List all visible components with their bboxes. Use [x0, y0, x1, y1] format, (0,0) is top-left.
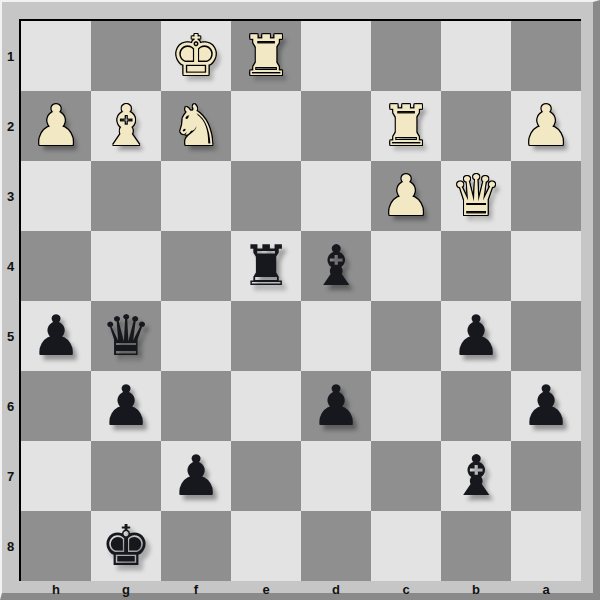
rank-label-1: 1: [2, 21, 19, 91]
square-a3[interactable]: [511, 161, 581, 231]
piece-white-bishop[interactable]: ♝: [101, 91, 151, 161]
square-e4[interactable]: ♜: [231, 231, 301, 301]
piece-white-rook[interactable]: ♜: [381, 91, 431, 161]
square-c2[interactable]: ♜: [371, 91, 441, 161]
square-h3[interactable]: [21, 161, 91, 231]
file-label-e: e: [231, 581, 301, 597]
piece-white-queen[interactable]: ♛: [451, 161, 501, 231]
piece-white-rook[interactable]: ♜: [241, 21, 291, 91]
rank-label-2: 2: [2, 91, 19, 161]
square-a4[interactable]: [511, 231, 581, 301]
square-g3[interactable]: [91, 161, 161, 231]
square-g1[interactable]: [91, 21, 161, 91]
square-a2[interactable]: ♟: [511, 91, 581, 161]
file-label-a: a: [511, 581, 581, 597]
piece-white-pawn[interactable]: ♟: [31, 91, 81, 161]
square-f2[interactable]: ♞: [161, 91, 231, 161]
file-label-g: g: [91, 581, 161, 597]
rank-coordinates: 12345678: [2, 21, 19, 581]
square-b3[interactable]: ♛: [441, 161, 511, 231]
rank-label-8: 8: [2, 511, 19, 581]
piece-black-queen[interactable]: ♛: [101, 301, 151, 371]
square-f6[interactable]: [161, 371, 231, 441]
piece-white-king[interactable]: ♚: [171, 21, 221, 91]
piece-black-bishop[interactable]: ♝: [451, 441, 501, 511]
square-a5[interactable]: [511, 301, 581, 371]
square-c6[interactable]: [371, 371, 441, 441]
square-c5[interactable]: [371, 301, 441, 371]
piece-white-pawn[interactable]: ♟: [521, 91, 571, 161]
square-d3[interactable]: [301, 161, 371, 231]
square-b5[interactable]: ♟: [441, 301, 511, 371]
square-c1[interactable]: [371, 21, 441, 91]
square-h4[interactable]: [21, 231, 91, 301]
square-g8[interactable]: ♚: [91, 511, 161, 581]
piece-black-bishop[interactable]: ♝: [311, 231, 361, 301]
square-b7[interactable]: ♝: [441, 441, 511, 511]
square-c7[interactable]: [371, 441, 441, 511]
square-b4[interactable]: [441, 231, 511, 301]
file-label-b: b: [441, 581, 511, 597]
square-f4[interactable]: [161, 231, 231, 301]
square-f1[interactable]: ♚: [161, 21, 231, 91]
square-d2[interactable]: [301, 91, 371, 161]
square-f8[interactable]: [161, 511, 231, 581]
square-h8[interactable]: [21, 511, 91, 581]
square-c4[interactable]: [371, 231, 441, 301]
square-b8[interactable]: [441, 511, 511, 581]
square-h2[interactable]: ♟: [21, 91, 91, 161]
piece-black-pawn[interactable]: ♟: [521, 371, 571, 441]
rank-label-7: 7: [2, 441, 19, 511]
square-b1[interactable]: [441, 21, 511, 91]
file-label-d: d: [301, 581, 371, 597]
piece-black-pawn[interactable]: ♟: [31, 301, 81, 371]
piece-black-rook[interactable]: ♜: [241, 231, 291, 301]
square-e3[interactable]: [231, 161, 301, 231]
square-h6[interactable]: [21, 371, 91, 441]
piece-black-pawn[interactable]: ♟: [171, 441, 221, 511]
square-e6[interactable]: [231, 371, 301, 441]
square-e1[interactable]: ♜: [231, 21, 301, 91]
square-g7[interactable]: [91, 441, 161, 511]
rank-label-6: 6: [2, 371, 19, 441]
square-h1[interactable]: [21, 21, 91, 91]
square-d8[interactable]: [301, 511, 371, 581]
square-e8[interactable]: [231, 511, 301, 581]
square-b6[interactable]: [441, 371, 511, 441]
square-d5[interactable]: [301, 301, 371, 371]
square-e7[interactable]: [231, 441, 301, 511]
rank-label-4: 4: [2, 231, 19, 301]
square-c8[interactable]: [371, 511, 441, 581]
piece-black-pawn[interactable]: ♟: [311, 371, 361, 441]
file-label-f: f: [161, 581, 231, 597]
square-g5[interactable]: ♛: [91, 301, 161, 371]
square-c3[interactable]: ♟: [371, 161, 441, 231]
chess-board: ♚♜♟♝♞♜♟♟♛♜♝♟♛♟♟♟♟♟♝♚: [19, 19, 581, 581]
piece-black-pawn[interactable]: ♟: [101, 371, 151, 441]
square-g2[interactable]: ♝: [91, 91, 161, 161]
square-h7[interactable]: [21, 441, 91, 511]
piece-white-pawn[interactable]: ♟: [381, 161, 431, 231]
file-label-c: c: [371, 581, 441, 597]
square-b2[interactable]: [441, 91, 511, 161]
square-e2[interactable]: [231, 91, 301, 161]
square-g6[interactable]: ♟: [91, 371, 161, 441]
square-d1[interactable]: [301, 21, 371, 91]
rank-label-5: 5: [2, 301, 19, 371]
square-e5[interactable]: [231, 301, 301, 371]
square-d7[interactable]: [301, 441, 371, 511]
square-a7[interactable]: [511, 441, 581, 511]
file-coordinates: hgfedcba: [21, 581, 581, 597]
piece-black-king[interactable]: ♚: [101, 511, 151, 581]
chess-diagram-window: ♚♜♟♝♞♜♟♟♛♜♝♟♛♟♟♟♟♟♝♚ 12345678 hgfedcba: [0, 0, 600, 600]
square-d4[interactable]: ♝: [301, 231, 371, 301]
file-label-h: h: [21, 581, 91, 597]
piece-black-pawn[interactable]: ♟: [451, 301, 501, 371]
square-f5[interactable]: [161, 301, 231, 371]
square-a1[interactable]: [511, 21, 581, 91]
piece-white-knight[interactable]: ♞: [171, 91, 221, 161]
square-g4[interactable]: [91, 231, 161, 301]
square-a6[interactable]: ♟: [511, 371, 581, 441]
square-f3[interactable]: [161, 161, 231, 231]
square-a8[interactable]: [511, 511, 581, 581]
square-f7[interactable]: ♟: [161, 441, 231, 511]
rank-label-3: 3: [2, 161, 19, 231]
square-d6[interactable]: ♟: [301, 371, 371, 441]
square-h5[interactable]: ♟: [21, 301, 91, 371]
